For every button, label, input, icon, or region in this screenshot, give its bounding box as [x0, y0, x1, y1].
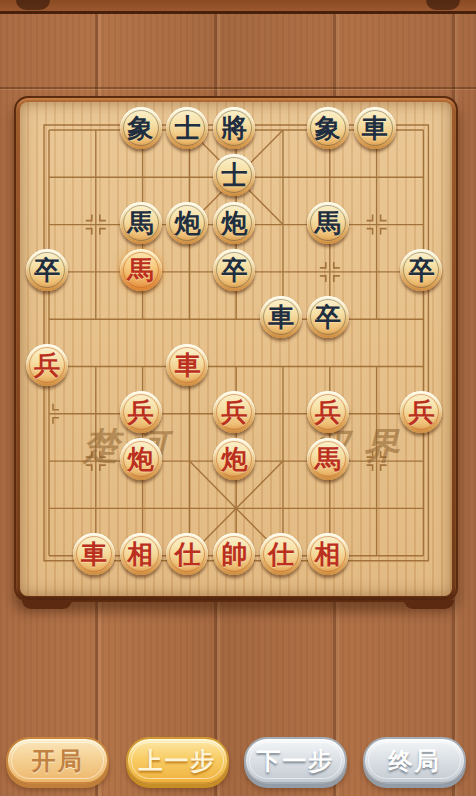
start-button[interactable]: 开局	[6, 737, 109, 784]
piece-red[interactable]: 仕	[166, 533, 208, 575]
piece-character: 炮	[221, 210, 247, 236]
piece-red[interactable]: 車	[73, 533, 115, 575]
piece-red[interactable]: 仕	[260, 533, 302, 575]
piece-black[interactable]: 馬	[120, 202, 162, 244]
piece-character: 車	[362, 115, 388, 141]
piece-character: 卒	[34, 257, 60, 283]
piece-red[interactable]: 兵	[26, 344, 68, 386]
top-wood-trim	[0, 0, 476, 14]
piece-character: 象	[128, 115, 154, 141]
board-foot-left	[22, 600, 72, 609]
piece-character: 兵	[315, 399, 341, 425]
piece-red[interactable]: 馬	[120, 249, 162, 291]
piece-character: 仕	[268, 541, 294, 567]
piece-character: 馬	[128, 257, 154, 283]
piece-red[interactable]: 相	[307, 533, 349, 575]
piece-character: 卒	[408, 257, 434, 283]
piece-red[interactable]: 馬	[307, 438, 349, 480]
piece-black[interactable]: 炮	[166, 202, 208, 244]
piece-character: 卒	[315, 304, 341, 330]
wood-groove	[0, 87, 476, 89]
piece-character: 炮	[174, 210, 200, 236]
piece-red[interactable]: 炮	[120, 438, 162, 480]
piece-character: 車	[268, 304, 294, 330]
piece-character: 士	[174, 115, 200, 141]
piece-character: 帥	[221, 541, 247, 567]
piece-character: 卒	[221, 257, 247, 283]
piece-character: 相	[128, 541, 154, 567]
piece-character: 象	[315, 115, 341, 141]
board-foot-right	[404, 600, 454, 609]
piece-red[interactable]: 兵	[400, 391, 442, 433]
piece-character: 兵	[128, 399, 154, 425]
piece-character: 兵	[34, 352, 60, 378]
next-move-button[interactable]: 下一步	[244, 737, 347, 784]
piece-black[interactable]: 卒	[26, 249, 68, 291]
piece-black[interactable]: 象	[307, 107, 349, 149]
piece-black[interactable]: 炮	[213, 202, 255, 244]
piece-character: 兵	[221, 399, 247, 425]
piece-black[interactable]: 卒	[213, 249, 255, 291]
piece-character: 將	[221, 115, 247, 141]
piece-red[interactable]: 相	[120, 533, 162, 575]
prev-move-button[interactable]: 上一步	[126, 737, 229, 784]
piece-black[interactable]: 車	[260, 296, 302, 338]
piece-character: 相	[315, 541, 341, 567]
piece-character: 仕	[174, 541, 200, 567]
piece-character: 馬	[315, 446, 341, 472]
piece-black[interactable]: 將	[213, 107, 255, 149]
piece-character: 兵	[408, 399, 434, 425]
piece-black[interactable]: 卒	[400, 249, 442, 291]
piece-character: 馬	[315, 210, 341, 236]
endgame-button[interactable]: 终局	[363, 737, 466, 784]
piece-red[interactable]: 帥	[213, 533, 255, 575]
piece-red[interactable]: 車	[166, 344, 208, 386]
piece-red[interactable]: 炮	[213, 438, 255, 480]
piece-red[interactable]: 兵	[307, 391, 349, 433]
piece-black[interactable]: 象	[120, 107, 162, 149]
piece-character: 車	[174, 352, 200, 378]
piece-black[interactable]: 卒	[307, 296, 349, 338]
screw-knob-left-icon	[16, 0, 50, 10]
screw-knob-right-icon	[426, 0, 460, 10]
piece-character: 車	[81, 541, 107, 567]
piece-black[interactable]: 馬	[307, 202, 349, 244]
piece-character: 炮	[128, 446, 154, 472]
piece-character: 炮	[221, 446, 247, 472]
piece-red[interactable]: 兵	[213, 391, 255, 433]
piece-character: 馬	[128, 210, 154, 236]
piece-black[interactable]: 車	[354, 107, 396, 149]
piece-character: 士	[221, 162, 247, 188]
piece-red[interactable]: 兵	[120, 391, 162, 433]
